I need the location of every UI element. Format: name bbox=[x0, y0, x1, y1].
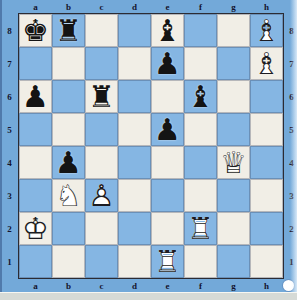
file-label-f: f bbox=[184, 1, 217, 13]
square-a4 bbox=[19, 146, 52, 179]
white-bishop-h7: ♝♗ bbox=[250, 47, 283, 80]
square-d3 bbox=[118, 179, 151, 212]
square-f1 bbox=[184, 245, 217, 278]
square-f7 bbox=[184, 47, 217, 80]
square-d2 bbox=[118, 212, 151, 245]
square-c1 bbox=[85, 245, 118, 278]
white-bishop-h8: ♝♗ bbox=[250, 14, 283, 47]
square-c4 bbox=[85, 146, 118, 179]
file-label-b: b bbox=[52, 280, 85, 292]
square-h6 bbox=[250, 80, 283, 113]
black-pawn-a6: ♟ bbox=[19, 80, 52, 113]
square-d6 bbox=[118, 80, 151, 113]
board: ♚♜♝♝♗♟♝♗♟♜♝♟♟♛♕♞♘♟♙♚♔♜♖♜♖ bbox=[18, 13, 284, 279]
square-d1 bbox=[118, 245, 151, 278]
black-bishop-e8: ♝ bbox=[151, 14, 184, 47]
rank-labels-left: 87654321 bbox=[2, 14, 17, 278]
file-label-f: f bbox=[184, 280, 217, 292]
square-e4 bbox=[151, 146, 184, 179]
square-a8: ♚ bbox=[19, 14, 52, 47]
rank-label-6: 6 bbox=[2, 80, 17, 113]
page-edge-strip bbox=[0, 292, 297, 300]
square-a6: ♟ bbox=[19, 80, 52, 113]
scan-edge-left bbox=[0, 0, 2, 300]
square-f3 bbox=[184, 179, 217, 212]
file-label-c: c bbox=[85, 1, 118, 13]
square-b6 bbox=[52, 80, 85, 113]
square-e8: ♝ bbox=[151, 14, 184, 47]
square-c5 bbox=[85, 113, 118, 146]
square-b4: ♟ bbox=[52, 146, 85, 179]
black-rook-b8: ♜ bbox=[52, 14, 85, 47]
square-c6: ♜ bbox=[85, 80, 118, 113]
square-g3 bbox=[217, 179, 250, 212]
square-a3 bbox=[19, 179, 52, 212]
white-king-a2: ♚♔ bbox=[19, 212, 52, 245]
square-c2 bbox=[85, 212, 118, 245]
square-e3 bbox=[151, 179, 184, 212]
square-d5 bbox=[118, 113, 151, 146]
square-h7: ♝♗ bbox=[250, 47, 283, 80]
square-a7 bbox=[19, 47, 52, 80]
white-rook-f2: ♜♖ bbox=[184, 212, 217, 245]
square-f8 bbox=[184, 14, 217, 47]
square-c7 bbox=[85, 47, 118, 80]
black-king-a8: ♚ bbox=[19, 14, 52, 47]
square-h2 bbox=[250, 212, 283, 245]
square-h5 bbox=[250, 113, 283, 146]
square-g8 bbox=[217, 14, 250, 47]
square-a2: ♚♔ bbox=[19, 212, 52, 245]
file-label-e: e bbox=[151, 1, 184, 13]
square-g1 bbox=[217, 245, 250, 278]
file-label-d: d bbox=[118, 280, 151, 292]
square-e5: ♟ bbox=[151, 113, 184, 146]
square-h4 bbox=[250, 146, 283, 179]
square-b5 bbox=[52, 113, 85, 146]
file-labels-bottom: abcdefgh bbox=[19, 280, 283, 292]
rank-label-3: 3 bbox=[2, 179, 17, 212]
square-e6 bbox=[151, 80, 184, 113]
rank-label-4: 4 bbox=[2, 146, 17, 179]
file-label-h: h bbox=[250, 280, 283, 292]
black-rook-c6: ♜ bbox=[85, 80, 118, 113]
square-d4 bbox=[118, 146, 151, 179]
square-g6 bbox=[217, 80, 250, 113]
file-label-g: g bbox=[217, 280, 250, 292]
square-b1 bbox=[52, 245, 85, 278]
black-pawn-e5: ♟ bbox=[151, 113, 184, 146]
square-g7 bbox=[217, 47, 250, 80]
square-b3: ♞♘ bbox=[52, 179, 85, 212]
square-e7: ♟ bbox=[151, 47, 184, 80]
square-e1: ♜♖ bbox=[151, 245, 184, 278]
rank-label-5: 5 bbox=[2, 113, 17, 146]
black-pawn-e7: ♟ bbox=[151, 47, 184, 80]
square-d8 bbox=[118, 14, 151, 47]
white-pawn-c3: ♟♙ bbox=[85, 179, 118, 212]
file-label-a: a bbox=[19, 1, 52, 13]
square-b2 bbox=[52, 212, 85, 245]
square-b8: ♜ bbox=[52, 14, 85, 47]
rank-label-8: 8 bbox=[2, 14, 17, 47]
file-label-b: b bbox=[52, 1, 85, 13]
black-pawn-b4: ♟ bbox=[52, 146, 85, 179]
square-g2 bbox=[217, 212, 250, 245]
square-d7 bbox=[118, 47, 151, 80]
file-label-g: g bbox=[217, 1, 250, 13]
square-h8: ♝♗ bbox=[250, 14, 283, 47]
square-c8 bbox=[85, 14, 118, 47]
square-f4 bbox=[184, 146, 217, 179]
square-a5 bbox=[19, 113, 52, 146]
square-h1 bbox=[250, 245, 283, 278]
white-knight-b3: ♞♘ bbox=[52, 179, 85, 212]
square-f2: ♜♖ bbox=[184, 212, 217, 245]
square-e2 bbox=[151, 212, 184, 245]
square-f6: ♝ bbox=[184, 80, 217, 113]
square-b7 bbox=[52, 47, 85, 80]
white-queen-g4: ♛♕ bbox=[217, 146, 250, 179]
rank-label-2: 2 bbox=[2, 212, 17, 245]
square-f5 bbox=[184, 113, 217, 146]
file-label-h: h bbox=[250, 1, 283, 13]
white-rook-e1: ♜♖ bbox=[151, 245, 184, 278]
rank-label-1: 1 bbox=[2, 245, 17, 278]
chess-diagram: abcdefgh abcdefgh 87654321 87654321 ♚♜♝♝… bbox=[0, 0, 297, 300]
file-label-c: c bbox=[85, 280, 118, 292]
file-labels-top: abcdefgh bbox=[19, 1, 283, 13]
square-g4: ♛♕ bbox=[217, 146, 250, 179]
file-label-e: e bbox=[151, 280, 184, 292]
black-bishop-f6: ♝ bbox=[184, 80, 217, 113]
square-a1 bbox=[19, 245, 52, 278]
square-h3 bbox=[250, 179, 283, 212]
rank-label-7: 7 bbox=[2, 47, 17, 80]
square-c3: ♟♙ bbox=[85, 179, 118, 212]
scan-edge-right bbox=[290, 0, 297, 300]
file-label-a: a bbox=[19, 280, 52, 292]
square-g5 bbox=[217, 113, 250, 146]
file-label-d: d bbox=[118, 1, 151, 13]
